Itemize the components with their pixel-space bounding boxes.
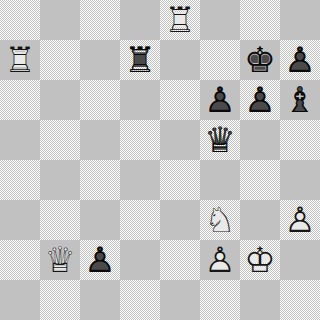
square-e1[interactable] [160, 280, 200, 320]
white-queen-fill-glyph: ♛ [40, 240, 80, 280]
white-rook-outline-glyph: ♖ [0, 40, 40, 80]
square-f1[interactable] [200, 280, 240, 320]
square-b2[interactable]: ♛♕ [40, 240, 80, 280]
white-knight[interactable]: ♞♘ [200, 200, 240, 240]
black-rook-fill-glyph: ♜ [120, 40, 160, 80]
square-f2[interactable]: ♟♙ [200, 240, 240, 280]
square-d2[interactable] [120, 240, 160, 280]
square-d8[interactable] [120, 0, 160, 40]
black-rook[interactable]: ♜♖ [120, 40, 160, 80]
square-g7[interactable]: ♚♔ [240, 40, 280, 80]
square-g1[interactable] [240, 280, 280, 320]
square-c4[interactable] [80, 160, 120, 200]
square-h2[interactable] [280, 240, 320, 280]
square-h4[interactable] [280, 160, 320, 200]
white-pawn[interactable]: ♟♙ [280, 200, 320, 240]
white-rook-fill-glyph: ♜ [160, 0, 200, 40]
square-h8[interactable] [280, 0, 320, 40]
white-king-outline-glyph: ♔ [240, 240, 280, 280]
black-pawn[interactable]: ♟♙ [240, 80, 280, 120]
white-pawn[interactable]: ♟♙ [200, 240, 240, 280]
black-pawn[interactable]: ♟♙ [200, 80, 240, 120]
white-knight-outline-glyph: ♘ [200, 200, 240, 240]
square-a1[interactable] [0, 280, 40, 320]
square-c8[interactable] [80, 0, 120, 40]
black-king-fill-glyph: ♚ [240, 40, 280, 80]
white-knight-fill-glyph: ♞ [200, 200, 240, 240]
black-pawn-fill-glyph: ♟ [200, 80, 240, 120]
black-pawn-outline-glyph: ♙ [200, 80, 240, 120]
white-king[interactable]: ♚♔ [240, 240, 280, 280]
white-queen[interactable]: ♛♕ [40, 240, 80, 280]
black-queen-fill-glyph: ♛ [200, 120, 240, 160]
square-b7[interactable] [40, 40, 80, 80]
square-d6[interactable] [120, 80, 160, 120]
square-g4[interactable] [240, 160, 280, 200]
black-queen-outline-glyph: ♕ [200, 120, 240, 160]
white-pawn-fill-glyph: ♟ [200, 240, 240, 280]
black-king-outline-glyph: ♔ [240, 40, 280, 80]
square-e2[interactable] [160, 240, 200, 280]
black-rook-outline-glyph: ♖ [120, 40, 160, 80]
black-pawn-outline-glyph: ♙ [280, 40, 320, 80]
white-pawn-outline-glyph: ♙ [200, 240, 240, 280]
square-c3[interactable] [80, 200, 120, 240]
square-b8[interactable] [40, 0, 80, 40]
black-queen[interactable]: ♛♕ [200, 120, 240, 160]
square-h7[interactable]: ♟♙ [280, 40, 320, 80]
white-rook-outline-glyph: ♖ [160, 0, 200, 40]
black-bishop-outline-glyph: ♗ [280, 80, 320, 120]
black-pawn[interactable]: ♟♙ [280, 40, 320, 80]
square-f7[interactable] [200, 40, 240, 80]
square-g8[interactable] [240, 0, 280, 40]
square-a2[interactable] [0, 240, 40, 280]
white-rook[interactable]: ♜♖ [160, 0, 200, 40]
square-c6[interactable] [80, 80, 120, 120]
white-rook[interactable]: ♜♖ [0, 40, 40, 80]
square-g3[interactable] [240, 200, 280, 240]
white-rook-fill-glyph: ♜ [0, 40, 40, 80]
square-f4[interactable] [200, 160, 240, 200]
white-pawn-outline-glyph: ♙ [280, 200, 320, 240]
square-b3[interactable] [40, 200, 80, 240]
white-queen-outline-glyph: ♕ [40, 240, 80, 280]
square-a4[interactable] [0, 160, 40, 200]
square-c5[interactable] [80, 120, 120, 160]
black-pawn-fill-glyph: ♟ [280, 40, 320, 80]
white-pawn-fill-glyph: ♟ [280, 200, 320, 240]
square-f5[interactable]: ♛♕ [200, 120, 240, 160]
square-e5[interactable] [160, 120, 200, 160]
square-g6[interactable]: ♟♙ [240, 80, 280, 120]
chess-board: ♜♖♜♖♜♖♚♔♟♙♟♙♟♙♝♗♛♕♞♘♟♙♛♕♟♙♟♙♚♔ [0, 0, 320, 320]
black-king[interactable]: ♚♔ [240, 40, 280, 80]
square-b4[interactable] [40, 160, 80, 200]
square-e8[interactable]: ♜♖ [160, 0, 200, 40]
square-a3[interactable] [0, 200, 40, 240]
black-pawn-fill-glyph: ♟ [80, 240, 120, 280]
square-f3[interactable]: ♞♘ [200, 200, 240, 240]
square-h3[interactable]: ♟♙ [280, 200, 320, 240]
square-a5[interactable] [0, 120, 40, 160]
square-e3[interactable] [160, 200, 200, 240]
square-c2[interactable]: ♟♙ [80, 240, 120, 280]
square-b5[interactable] [40, 120, 80, 160]
square-d5[interactable] [120, 120, 160, 160]
square-f6[interactable]: ♟♙ [200, 80, 240, 120]
square-d1[interactable] [120, 280, 160, 320]
square-f8[interactable] [200, 0, 240, 40]
square-e6[interactable] [160, 80, 200, 120]
square-g2[interactable]: ♚♔ [240, 240, 280, 280]
black-pawn-outline-glyph: ♙ [240, 80, 280, 120]
square-d3[interactable] [120, 200, 160, 240]
square-d7[interactable]: ♜♖ [120, 40, 160, 80]
square-a8[interactable] [0, 0, 40, 40]
square-b1[interactable] [40, 280, 80, 320]
square-b6[interactable] [40, 80, 80, 120]
square-h6[interactable]: ♝♗ [280, 80, 320, 120]
black-pawn-fill-glyph: ♟ [240, 80, 280, 120]
black-pawn[interactable]: ♟♙ [80, 240, 120, 280]
square-e4[interactable] [160, 160, 200, 200]
square-e7[interactable] [160, 40, 200, 80]
square-c7[interactable] [80, 40, 120, 80]
square-c1[interactable] [80, 280, 120, 320]
square-a7[interactable]: ♜♖ [0, 40, 40, 80]
black-bishop[interactable]: ♝♗ [280, 80, 320, 120]
square-h1[interactable] [280, 280, 320, 320]
white-king-fill-glyph: ♚ [240, 240, 280, 280]
square-a6[interactable] [0, 80, 40, 120]
square-g5[interactable] [240, 120, 280, 160]
square-d4[interactable] [120, 160, 160, 200]
black-bishop-fill-glyph: ♝ [280, 80, 320, 120]
square-h5[interactable] [280, 120, 320, 160]
black-pawn-outline-glyph: ♙ [80, 240, 120, 280]
